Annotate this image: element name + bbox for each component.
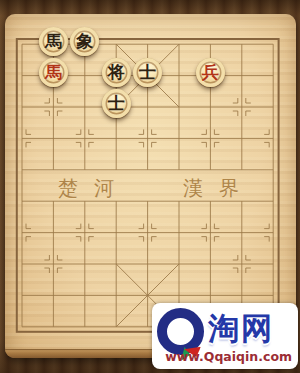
piece-glyph: 士 xyxy=(139,58,156,87)
piece-black-advisor-1[interactable]: 士 xyxy=(133,58,162,87)
piece-black-advisor-2[interactable]: 士 xyxy=(102,89,131,118)
piece-black-horse[interactable]: 馬 xyxy=(39,27,68,56)
piece-black-general[interactable]: 将 xyxy=(102,58,131,87)
piece-glyph: 馬 xyxy=(45,58,62,87)
piece-red-soldier[interactable]: 兵 xyxy=(196,58,225,87)
watermark-url: www.Qqaiqin.com xyxy=(165,349,292,364)
qtaowang-logo-icon xyxy=(157,308,204,355)
piece-glyph: 士 xyxy=(108,89,125,118)
watermark: 淘网 www.Qqaiqin.com xyxy=(152,303,298,369)
piece-layer: 馬象馬将士兵士 xyxy=(6,29,289,343)
xiangqi-app: 楚河 漢界 馬象馬将士兵士 淘网 www.Qqaiqin.com xyxy=(0,0,300,373)
piece-red-horse[interactable]: 馬 xyxy=(39,58,68,87)
watermark-logo-text: 淘网 xyxy=(208,308,274,350)
piece-glyph: 馬 xyxy=(45,27,62,56)
piece-glyph: 兵 xyxy=(202,58,219,87)
piece-glyph: 象 xyxy=(76,27,93,56)
piece-black-elephant[interactable]: 象 xyxy=(70,27,99,56)
piece-glyph: 将 xyxy=(108,58,125,87)
